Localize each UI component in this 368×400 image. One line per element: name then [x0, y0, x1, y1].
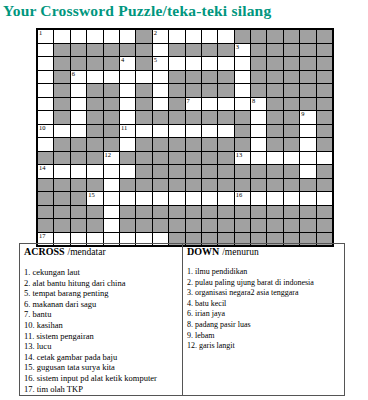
block-cell: [136, 219, 151, 232]
block-cell: [54, 44, 69, 57]
crossword-cell[interactable]: [87, 71, 102, 84]
block-cell: [317, 206, 332, 219]
down-header: DOWN/menurun: [187, 246, 340, 257]
block-cell: [218, 152, 233, 165]
block-cell: [169, 84, 184, 97]
crossword-cell[interactable]: [71, 98, 86, 111]
clue-number: 14: [39, 164, 46, 171]
block-cell: [284, 125, 299, 138]
block-cell: [251, 84, 266, 97]
clue-down-item: 4. batu kecil: [187, 299, 340, 310]
block-cell: [169, 219, 184, 232]
block-cell: [251, 57, 266, 70]
crossword-cell[interactable]: [71, 30, 86, 43]
crossword-cell[interactable]: [54, 30, 69, 43]
clue-across-item: 5. tempat barang penting: [24, 288, 178, 299]
block-cell: [54, 138, 69, 151]
crossword-cell[interactable]: [186, 30, 201, 43]
clue-number: 6: [72, 70, 75, 77]
crossword-cell[interactable]: [300, 192, 315, 205]
crossword-cell[interactable]: [153, 71, 168, 84]
crossword-cell[interactable]: [300, 125, 315, 138]
block-cell: [284, 165, 299, 178]
crossword-cell[interactable]: [120, 165, 135, 178]
block-cell: [54, 206, 69, 219]
block-cell: [300, 84, 315, 97]
crossword-cell[interactable]: [38, 44, 53, 57]
crossword-cell[interactable]: [186, 192, 201, 205]
crossword-cell[interactable]: [54, 165, 69, 178]
block-cell: [202, 84, 217, 97]
block-cell: [267, 84, 282, 97]
block-cell: [235, 111, 250, 124]
block-cell: [284, 84, 299, 97]
block-cell: [54, 84, 69, 97]
block-cell: [202, 165, 217, 178]
crossword-cell[interactable]: [54, 125, 69, 138]
across-label: ACROSS: [24, 246, 65, 257]
block-cell: [169, 111, 184, 124]
crossword-cell[interactable]: [284, 192, 299, 205]
block-cell: [169, 71, 184, 84]
crossword-cell[interactable]: [251, 125, 266, 138]
crossword-cell[interactable]: [120, 138, 135, 151]
block-cell: [186, 179, 201, 192]
block-cell: [186, 206, 201, 219]
block-cell: [136, 165, 151, 178]
crossword-cell[interactable]: [284, 152, 299, 165]
block-cell: [317, 98, 332, 111]
block-cell: [87, 57, 102, 70]
block-cell: [317, 44, 332, 57]
block-cell: [169, 44, 184, 57]
crossword-cell[interactable]: 4: [120, 57, 135, 70]
block-cell: [267, 138, 282, 151]
crossword-cell[interactable]: 12: [104, 152, 119, 165]
block-cell: [267, 44, 282, 57]
crossword-cell[interactable]: [38, 57, 53, 70]
block-cell: [300, 71, 315, 84]
crossword-cell[interactable]: [153, 125, 168, 138]
crossword-cell[interactable]: [104, 219, 119, 232]
block-cell: [87, 125, 102, 138]
clue-down-item: 9. lebam: [187, 331, 340, 342]
block-cell: [251, 30, 266, 43]
block-cell: [284, 219, 299, 232]
block-cell: [317, 57, 332, 70]
crossword-cell[interactable]: [235, 71, 250, 84]
crossword-cell[interactable]: [202, 57, 217, 70]
block-cell: [54, 192, 69, 205]
block-cell: [218, 71, 233, 84]
block-cell: [235, 165, 250, 178]
down-sublabel: /menurun: [222, 247, 258, 257]
block-cell: [300, 57, 315, 70]
clue-number: 3: [236, 43, 239, 50]
crossword-cell[interactable]: [120, 30, 135, 43]
crossword-cell[interactable]: [38, 138, 53, 151]
crossword-cell[interactable]: [218, 98, 233, 111]
clue-down-item: 8. padang pasir luas: [187, 320, 340, 331]
clue-across-item: 6. makanan dari sagu: [24, 299, 178, 310]
block-cell: [71, 57, 86, 70]
crossword-cell[interactable]: [71, 165, 86, 178]
block-cell: [104, 44, 119, 57]
clue-across-item: 14. cetak gambar pada baju: [24, 352, 178, 363]
block-cell: [267, 98, 282, 111]
crossword-cell[interactable]: [317, 192, 332, 205]
crossword-cell[interactable]: 3: [235, 44, 250, 57]
crossword-cell[interactable]: [251, 138, 266, 151]
block-cell: [87, 138, 102, 151]
crossword-cell[interactable]: [153, 84, 168, 97]
clue-number: 8: [252, 97, 255, 104]
block-cell: [186, 44, 201, 57]
clue-down-item: 6. irian jaya: [187, 309, 340, 320]
crossword-grid: 1234567891011121314151617: [36, 28, 334, 247]
crossword-cell[interactable]: [136, 125, 151, 138]
block-cell: [186, 71, 201, 84]
crossword-cell[interactable]: [251, 111, 266, 124]
block-cell: [218, 84, 233, 97]
crossword-cell[interactable]: [104, 206, 119, 219]
crossword-cell[interactable]: [136, 192, 151, 205]
crossword-cell[interactable]: [120, 84, 135, 97]
block-cell: [251, 206, 266, 219]
crossword-cell[interactable]: [87, 30, 102, 43]
block-cell: [267, 125, 282, 138]
block-cell: [317, 84, 332, 97]
block-cell: [136, 84, 151, 97]
block-cell: [71, 206, 86, 219]
block-cell: [38, 179, 53, 192]
crossword-cell[interactable]: 16: [235, 192, 250, 205]
block-cell: [153, 179, 168, 192]
down-label: DOWN: [187, 246, 219, 257]
block-cell: [235, 138, 250, 151]
block-cell: [317, 71, 332, 84]
clue-down-item: 3. organisasi negara2 asia tenggara: [187, 288, 340, 299]
block-cell: [136, 206, 151, 219]
block-cell: [235, 125, 250, 138]
block-cell: [267, 179, 282, 192]
block-cell: [186, 138, 201, 151]
block-cell: [202, 206, 217, 219]
crossword-cell[interactable]: [153, 192, 168, 205]
across-clues-panel: ACROSS/mendatar 1. cekungan laut2. alat …: [19, 243, 183, 396]
clue-across-item: 2. alat bantu hitung dari china: [24, 278, 178, 289]
block-cell: [136, 152, 151, 165]
block-cell: [104, 84, 119, 97]
block-cell: [169, 165, 184, 178]
block-cell: [317, 138, 332, 151]
crossword-cell[interactable]: [71, 111, 86, 124]
block-cell: [218, 165, 233, 178]
block-cell: [267, 219, 282, 232]
block-cell: [251, 179, 266, 192]
crossword-cell[interactable]: [218, 57, 233, 70]
block-cell: [153, 138, 168, 151]
clue-number: 10: [39, 124, 46, 131]
block-cell: [87, 111, 102, 124]
block-cell: [54, 57, 69, 70]
clue-down-item: 1. ilmu pendidikan: [187, 267, 340, 278]
block-cell: [186, 165, 201, 178]
block-cell: [71, 44, 86, 57]
block-cell: [317, 165, 332, 178]
block-cell: [284, 71, 299, 84]
across-clue-list: 1. cekungan laut2. alat bantu hitung dar…: [24, 267, 178, 394]
crossword-cell[interactable]: [104, 71, 119, 84]
block-cell: [120, 152, 135, 165]
block-cell: [267, 111, 282, 124]
block-cell: [186, 84, 201, 97]
crossword-cell[interactable]: [104, 30, 119, 43]
block-cell: [169, 138, 184, 151]
clue-across-item: 1. cekungan laut: [24, 267, 178, 278]
block-cell: [104, 57, 119, 70]
clue-number: 1: [39, 29, 42, 36]
crossword-cell[interactable]: [87, 165, 102, 178]
block-cell: [186, 152, 201, 165]
block-cell: [267, 206, 282, 219]
block-cell: [218, 219, 233, 232]
block-cell: [218, 44, 233, 57]
clue-down-item: 2. pulau paling ujung barat di indonesia: [187, 278, 340, 289]
block-cell: [284, 111, 299, 124]
down-clues-panel: DOWN/menurun 1. ilmu pendidikan2. pulau …: [183, 243, 345, 396]
block-cell: [267, 30, 282, 43]
down-clue-list: 1. ilmu pendidikan2. pulau paling ujung …: [187, 267, 340, 352]
crossword-cell[interactable]: [120, 192, 135, 205]
block-cell: [317, 30, 332, 43]
crossword-cell[interactable]: [218, 192, 233, 205]
crossword-cell[interactable]: [251, 152, 266, 165]
block-cell: [136, 138, 151, 151]
block-cell: [218, 138, 233, 151]
crossword-cell[interactable]: [251, 192, 266, 205]
block-cell: [267, 71, 282, 84]
clue-down-item: 12. garis langit: [187, 341, 340, 352]
block-cell: [186, 219, 201, 232]
crossword-cell[interactable]: [300, 138, 315, 151]
block-cell: [54, 219, 69, 232]
block-cell: [136, 44, 151, 57]
block-cell: [153, 165, 168, 178]
crossword-cell[interactable]: [218, 125, 233, 138]
block-cell: [153, 111, 168, 124]
clue-number: 11: [121, 124, 127, 131]
block-cell: [54, 98, 69, 111]
crossword-cell[interactable]: [120, 71, 135, 84]
crossword-cell[interactable]: [169, 30, 184, 43]
crossword-cell[interactable]: 5: [153, 57, 168, 70]
clue-number: 9: [301, 110, 304, 117]
block-cell: [284, 98, 299, 111]
crossword-cell[interactable]: 1: [38, 30, 53, 43]
block-cell: [300, 98, 315, 111]
block-cell: [202, 152, 217, 165]
crossword-cell[interactable]: [136, 71, 151, 84]
crossword-cell[interactable]: [38, 98, 53, 111]
block-cell: [218, 179, 233, 192]
across-sublabel: /mendatar: [68, 247, 106, 257]
block-cell: [71, 179, 86, 192]
block-cell: [251, 44, 266, 57]
crossword-cell[interactable]: 15: [87, 192, 102, 205]
block-cell: [169, 179, 184, 192]
crossword-cell[interactable]: 10: [38, 125, 53, 138]
crossword-cell[interactable]: [104, 165, 119, 178]
block-cell: [235, 219, 250, 232]
block-cell: [169, 98, 184, 111]
block-cell: [251, 165, 266, 178]
block-cell: [317, 179, 332, 192]
crossword-cell[interactable]: [300, 152, 315, 165]
crossword-cell[interactable]: [317, 152, 332, 165]
block-cell: [235, 179, 250, 192]
block-cell: [104, 125, 119, 138]
clue-across-item: 16. sistem input pd alat ketik komputer: [24, 373, 178, 384]
block-cell: [153, 152, 168, 165]
clue-across-item: 15. gugusan tata surya kita: [24, 362, 178, 373]
block-cell: [120, 219, 135, 232]
block-cell: [169, 206, 184, 219]
clue-number: 16: [236, 191, 243, 198]
block-cell: [54, 111, 69, 124]
crossword-cell[interactable]: 14: [38, 165, 53, 178]
crossword-cell[interactable]: [38, 71, 53, 84]
crossword-cell[interactable]: [169, 192, 184, 205]
block-cell: [267, 165, 282, 178]
crossword-cell[interactable]: [186, 125, 201, 138]
block-cell: [317, 219, 332, 232]
block-cell: [136, 57, 151, 70]
crossword-cell[interactable]: [38, 84, 53, 97]
crossword-cell[interactable]: [235, 57, 250, 70]
crossword-cell[interactable]: [104, 179, 119, 192]
block-cell: [169, 152, 184, 165]
block-cell: [284, 179, 299, 192]
block-cell: [87, 44, 102, 57]
block-cell: [235, 30, 250, 43]
block-cell: [218, 206, 233, 219]
block-cell: [87, 152, 102, 165]
block-cell: [87, 84, 102, 97]
crossword-cell[interactable]: [71, 125, 86, 138]
block-cell: [300, 179, 315, 192]
block-cell: [153, 219, 168, 232]
crossword-cell[interactable]: [235, 98, 250, 111]
crossword-cell[interactable]: [202, 125, 217, 138]
block-cell: [202, 219, 217, 232]
crossword-cell[interactable]: [267, 152, 282, 165]
block-cell: [300, 219, 315, 232]
block-cell: [71, 192, 86, 205]
clue-across-item: 10. kasihan: [24, 320, 178, 331]
crossword-cell[interactable]: 11: [120, 125, 135, 138]
crossword-cell[interactable]: [202, 30, 217, 43]
crossword-cell[interactable]: [104, 192, 119, 205]
block-cell: [54, 179, 69, 192]
block-cell: [284, 44, 299, 57]
block-cell: [300, 44, 315, 57]
clue-number: 7: [187, 97, 190, 104]
block-cell: [87, 179, 102, 192]
crossword-cell[interactable]: 9: [300, 111, 315, 124]
block-cell: [38, 219, 53, 232]
block-cell: [235, 206, 250, 219]
block-cell: [202, 111, 217, 124]
clue-number: 5: [154, 56, 157, 63]
crossword-cell[interactable]: [153, 44, 168, 57]
crossword-cell[interactable]: 6: [71, 71, 86, 84]
block-cell: [136, 111, 151, 124]
crossword-cell[interactable]: [120, 98, 135, 111]
crossword-cell[interactable]: [120, 111, 135, 124]
block-cell: [284, 206, 299, 219]
crossword-cell[interactable]: [153, 98, 168, 111]
block-cell: [71, 219, 86, 232]
crossword-cell[interactable]: [169, 125, 184, 138]
block-cell: [104, 111, 119, 124]
block-cell: [251, 71, 266, 84]
block-cell: [54, 152, 69, 165]
block-cell: [186, 111, 201, 124]
block-cell: [317, 111, 332, 124]
block-cell: [87, 219, 102, 232]
block-cell: [38, 152, 53, 165]
crossword-cell[interactable]: [169, 57, 184, 70]
block-cell: [120, 44, 135, 57]
block-cell: [38, 206, 53, 219]
crossword-cell[interactable]: [71, 84, 86, 97]
crossword-cell[interactable]: [202, 192, 217, 205]
block-cell: [251, 219, 266, 232]
crossword-cell[interactable]: [267, 192, 282, 205]
block-cell: [120, 206, 135, 219]
crossword-cell[interactable]: 7: [186, 98, 201, 111]
block-cell: [202, 179, 217, 192]
block-cell: [38, 192, 53, 205]
page-title: Your Crossword Puzzle/teka-teki silang: [3, 2, 271, 20]
clue-across-item: 7. bantu: [24, 309, 178, 320]
block-cell: [136, 30, 151, 43]
block-cell: [284, 138, 299, 151]
crossword-cell[interactable]: [202, 98, 217, 111]
crossword-cell[interactable]: 2: [153, 30, 168, 43]
clue-table: ACROSS/mendatar 1. cekungan laut2. alat …: [19, 243, 345, 396]
crossword-cell[interactable]: [300, 165, 315, 178]
block-cell: [202, 71, 217, 84]
block-cell: [300, 30, 315, 43]
block-cell: [104, 98, 119, 111]
block-cell: [202, 138, 217, 151]
crossword-cell[interactable]: [38, 111, 53, 124]
crossword-cell[interactable]: 8: [251, 98, 266, 111]
block-cell: [87, 206, 102, 219]
block-cell: [218, 111, 233, 124]
crossword-cell[interactable]: [186, 57, 201, 70]
crossword-cell[interactable]: 13: [235, 152, 250, 165]
crossword-cell[interactable]: [218, 30, 233, 43]
block-cell: [202, 44, 217, 57]
across-header: ACROSS/mendatar: [24, 246, 178, 257]
crossword-cell[interactable]: [235, 84, 250, 97]
clue-number: 13: [236, 151, 243, 158]
block-cell: [153, 206, 168, 219]
block-cell: [54, 71, 69, 84]
